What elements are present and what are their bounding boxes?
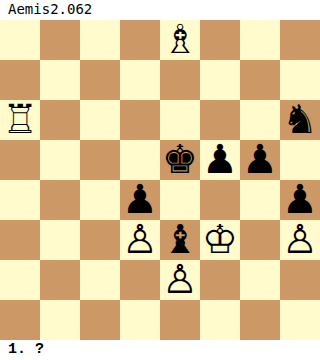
- square-f2[interactable]: [200, 260, 240, 300]
- square-b1[interactable]: [40, 300, 80, 340]
- square-d4[interactable]: ♟: [120, 180, 160, 220]
- black-bishop-e3: ♝: [162, 219, 198, 259]
- square-d8[interactable]: [120, 20, 160, 60]
- square-e4[interactable]: [160, 180, 200, 220]
- square-h7[interactable]: [280, 60, 320, 100]
- square-a4[interactable]: [0, 180, 40, 220]
- square-e3[interactable]: ♝: [160, 220, 200, 260]
- white-pawn-h3: ♙: [282, 219, 318, 259]
- move-prompt: 1. ?: [0, 340, 320, 360]
- black-pawn-f5: ♟: [202, 139, 238, 179]
- square-c4[interactable]: [80, 180, 120, 220]
- square-a8[interactable]: [0, 20, 40, 60]
- square-b3[interactable]: [40, 220, 80, 260]
- square-c5[interactable]: [80, 140, 120, 180]
- square-e2[interactable]: ♙: [160, 260, 200, 300]
- white-bishop-e8: ♗: [162, 19, 198, 59]
- square-h3[interactable]: ♙: [280, 220, 320, 260]
- square-f3[interactable]: ♔: [200, 220, 240, 260]
- square-f8[interactable]: [200, 20, 240, 60]
- square-e1[interactable]: [160, 300, 200, 340]
- white-rook-a6: ♖: [2, 99, 38, 139]
- square-g4[interactable]: [240, 180, 280, 220]
- square-c8[interactable]: [80, 20, 120, 60]
- square-b5[interactable]: [40, 140, 80, 180]
- black-pawn-d4: ♟: [122, 179, 158, 219]
- black-pawn-g5: ♟: [242, 139, 278, 179]
- black-king-e5: ♚: [162, 139, 198, 179]
- square-e6[interactable]: [160, 100, 200, 140]
- white-pawn-d3: ♙: [122, 219, 158, 259]
- square-e5[interactable]: ♚: [160, 140, 200, 180]
- square-a2[interactable]: [0, 260, 40, 300]
- square-h8[interactable]: [280, 20, 320, 60]
- square-b7[interactable]: [40, 60, 80, 100]
- square-b4[interactable]: [40, 180, 80, 220]
- square-g1[interactable]: [240, 300, 280, 340]
- square-f1[interactable]: [200, 300, 240, 340]
- puzzle-title: Aemis2.062: [0, 0, 320, 20]
- square-h2[interactable]: [280, 260, 320, 300]
- square-a5[interactable]: [0, 140, 40, 180]
- square-c6[interactable]: [80, 100, 120, 140]
- square-h1[interactable]: [280, 300, 320, 340]
- square-c2[interactable]: [80, 260, 120, 300]
- square-c7[interactable]: [80, 60, 120, 100]
- square-g2[interactable]: [240, 260, 280, 300]
- square-c3[interactable]: [80, 220, 120, 260]
- white-king-f3: ♔: [202, 219, 238, 259]
- black-pawn-h4: ♟: [282, 179, 318, 219]
- square-h5[interactable]: [280, 140, 320, 180]
- square-e7[interactable]: [160, 60, 200, 100]
- white-pawn-e2: ♙: [162, 259, 198, 299]
- square-a1[interactable]: [0, 300, 40, 340]
- square-d2[interactable]: [120, 260, 160, 300]
- square-h4[interactable]: ♟: [280, 180, 320, 220]
- square-e8[interactable]: ♗: [160, 20, 200, 60]
- square-b6[interactable]: [40, 100, 80, 140]
- square-g5[interactable]: ♟: [240, 140, 280, 180]
- square-a7[interactable]: [0, 60, 40, 100]
- square-d5[interactable]: [120, 140, 160, 180]
- square-c1[interactable]: [80, 300, 120, 340]
- square-f5[interactable]: ♟: [200, 140, 240, 180]
- square-d3[interactable]: ♙: [120, 220, 160, 260]
- square-g7[interactable]: [240, 60, 280, 100]
- square-d6[interactable]: [120, 100, 160, 140]
- square-g3[interactable]: [240, 220, 280, 260]
- square-g8[interactable]: [240, 20, 280, 60]
- square-b2[interactable]: [40, 260, 80, 300]
- square-g6[interactable]: [240, 100, 280, 140]
- square-f7[interactable]: [200, 60, 240, 100]
- square-f6[interactable]: [200, 100, 240, 140]
- square-a6[interactable]: ♖: [0, 100, 40, 140]
- square-d1[interactable]: [120, 300, 160, 340]
- chess-board: ♗♖♞♚♟♟♟♟♙♝♔♙♙: [0, 20, 320, 340]
- square-b8[interactable]: [40, 20, 80, 60]
- square-f4[interactable]: [200, 180, 240, 220]
- square-a3[interactable]: [0, 220, 40, 260]
- square-d7[interactable]: [120, 60, 160, 100]
- square-h6[interactable]: ♞: [280, 100, 320, 140]
- black-knight-h6: ♞: [282, 99, 318, 139]
